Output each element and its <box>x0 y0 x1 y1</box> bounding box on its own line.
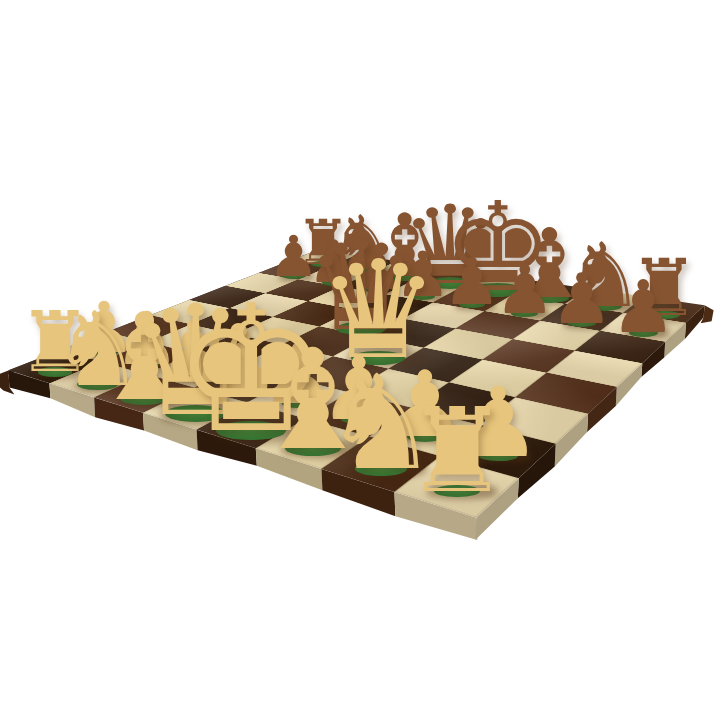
chess-set-product-photo: ♜♞♝♛♚♝♞♜♟♟♟♟♟♟♟♟♛♛♟♟♟♟♟♟♟♟♜♞♝♛♚♝♞♜ <box>0 0 720 720</box>
piece-white-rook-h1[interactable]: ♜ <box>405 392 510 509</box>
piece-black-pawn-f7[interactable]: ♟ <box>495 257 555 324</box>
piece-black-pawn-h7[interactable]: ♟ <box>611 271 676 344</box>
piece-black-pawn-g7[interactable]: ♟ <box>550 264 612 334</box>
piece-black-pawn-e7[interactable]: ♟ <box>443 250 501 315</box>
